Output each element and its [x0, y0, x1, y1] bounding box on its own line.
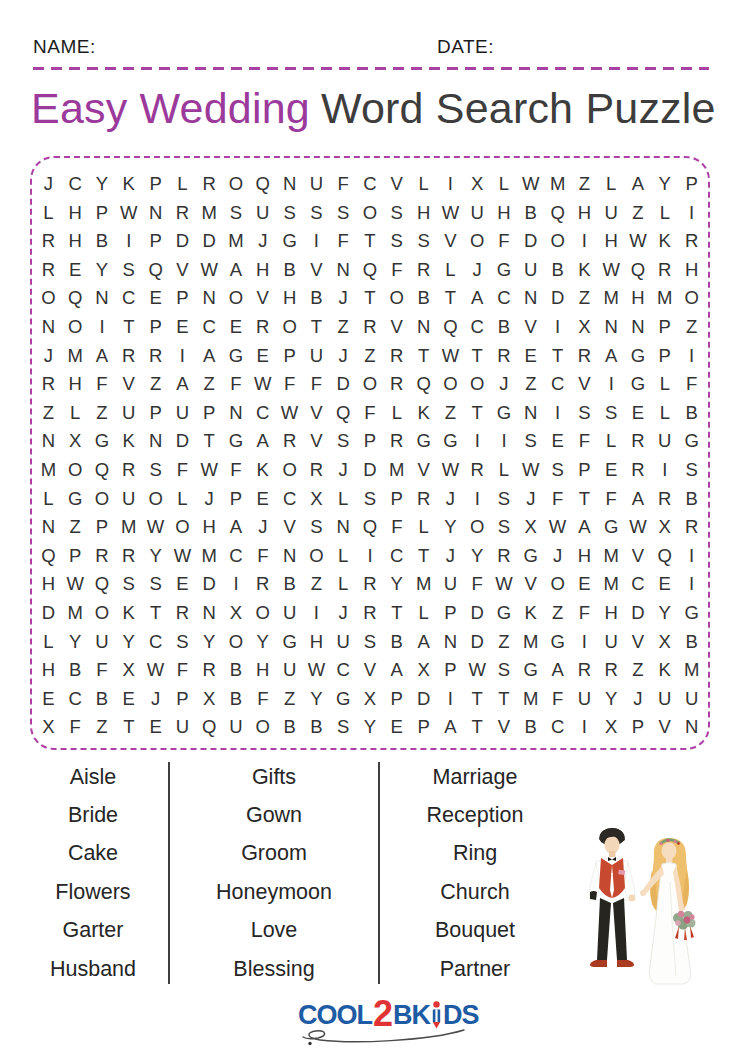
grid-cell[interactable]: I — [678, 342, 705, 371]
grid-cell[interactable]: R — [678, 513, 705, 542]
grid-cell[interactable]: W — [491, 570, 518, 599]
grid-cell[interactable]: D — [625, 599, 652, 628]
grid-cell[interactable]: H — [491, 199, 518, 228]
grid-cell[interactable]: V — [303, 427, 330, 456]
grid-cell[interactable]: T — [410, 342, 437, 371]
grid-cell[interactable]: P — [651, 313, 678, 342]
grid-cell[interactable]: F — [89, 370, 116, 399]
grid-cell[interactable]: F — [249, 542, 276, 571]
grid-cell[interactable]: W — [625, 513, 652, 542]
grid-cell[interactable]: O — [89, 485, 116, 514]
grid-cell[interactable]: S — [330, 427, 357, 456]
grid-cell[interactable]: L — [410, 599, 437, 628]
grid-cell[interactable]: S — [383, 199, 410, 228]
grid-cell[interactable]: Y — [437, 513, 464, 542]
grid-cell[interactable]: R — [89, 542, 116, 571]
grid-cell[interactable]: L — [35, 628, 62, 657]
grid-cell[interactable]: B — [303, 284, 330, 313]
grid-cell[interactable]: R — [491, 342, 518, 371]
grid-cell[interactable]: V — [383, 313, 410, 342]
grid-cell[interactable]: V — [625, 542, 652, 571]
grid-cell[interactable]: Z — [89, 713, 116, 742]
grid-cell[interactable]: B — [678, 628, 705, 657]
grid-cell[interactable]: L — [62, 399, 89, 428]
grid-cell[interactable]: C — [196, 313, 223, 342]
grid-cell[interactable]: U — [651, 685, 678, 714]
grid-cell[interactable]: J — [464, 256, 491, 285]
grid-cell[interactable]: J — [544, 542, 571, 571]
grid-cell[interactable]: J — [437, 485, 464, 514]
grid-cell[interactable]: J — [517, 485, 544, 514]
grid-cell[interactable]: O — [357, 370, 384, 399]
grid-cell[interactable]: N — [223, 399, 250, 428]
grid-cell[interactable]: Z — [437, 399, 464, 428]
grid-cell[interactable]: M — [196, 542, 223, 571]
grid-cell[interactable]: A — [625, 170, 652, 199]
grid-cell[interactable]: Q — [35, 542, 62, 571]
grid-cell[interactable]: I — [678, 570, 705, 599]
grid-cell[interactable]: S — [142, 570, 169, 599]
grid-cell[interactable]: N — [410, 313, 437, 342]
grid-cell[interactable]: G — [491, 599, 518, 628]
grid-cell[interactable]: N — [196, 284, 223, 313]
grid-cell[interactable]: Y — [303, 685, 330, 714]
grid-cell[interactable]: D — [410, 685, 437, 714]
grid-cell[interactable]: L — [491, 456, 518, 485]
grid-cell[interactable]: Z — [35, 399, 62, 428]
grid-cell[interactable]: B — [491, 313, 518, 342]
grid-cell[interactable]: I — [544, 399, 571, 428]
grid-cell[interactable]: L — [437, 256, 464, 285]
grid-cell[interactable]: N — [35, 513, 62, 542]
grid-cell[interactable]: U — [330, 628, 357, 657]
grid-cell[interactable]: X — [598, 713, 625, 742]
grid-cell[interactable]: D — [35, 599, 62, 628]
grid-cell[interactable]: S — [678, 456, 705, 485]
grid-cell[interactable]: W — [249, 370, 276, 399]
grid-cell[interactable]: A — [410, 628, 437, 657]
grid-cell[interactable]: P — [357, 427, 384, 456]
grid-cell[interactable]: R — [598, 656, 625, 685]
grid-cell[interactable]: B — [517, 199, 544, 228]
grid-cell[interactable]: X — [196, 685, 223, 714]
grid-cell[interactable]: G — [330, 685, 357, 714]
grid-cell[interactable]: U — [115, 399, 142, 428]
grid-cell[interactable]: O — [437, 370, 464, 399]
grid-cell[interactable]: P — [142, 399, 169, 428]
grid-cell[interactable]: S — [115, 570, 142, 599]
grid-cell[interactable]: Q — [651, 542, 678, 571]
grid-cell[interactable]: G — [62, 485, 89, 514]
grid-cell[interactable]: X — [62, 427, 89, 456]
grid-cell[interactable]: D — [330, 370, 357, 399]
grid-cell[interactable]: R — [115, 456, 142, 485]
grid-cell[interactable]: R — [625, 427, 652, 456]
grid-cell[interactable]: Z — [276, 685, 303, 714]
grid-cell[interactable]: R — [678, 227, 705, 256]
grid-cell[interactable]: R — [410, 256, 437, 285]
grid-cell[interactable]: B — [517, 713, 544, 742]
grid-cell[interactable]: O — [464, 227, 491, 256]
grid-cell[interactable]: B — [678, 399, 705, 428]
grid-cell[interactable]: C — [330, 656, 357, 685]
grid-cell[interactable]: M — [598, 284, 625, 313]
grid-cell[interactable]: E — [223, 313, 250, 342]
grid-cell[interactable]: M — [517, 628, 544, 657]
grid-cell[interactable]: A — [89, 342, 116, 371]
grid-cell[interactable]: W — [276, 399, 303, 428]
grid-cell[interactable]: F — [571, 427, 598, 456]
grid-cell[interactable]: P — [276, 342, 303, 371]
grid-cell[interactable]: E — [625, 399, 652, 428]
grid-cell[interactable]: D — [544, 284, 571, 313]
grid-cell[interactable]: G — [491, 256, 518, 285]
grid-cell[interactable]: R — [383, 427, 410, 456]
grid-cell[interactable]: F — [223, 370, 250, 399]
grid-cell[interactable]: P — [169, 685, 196, 714]
grid-cell[interactable]: O — [276, 456, 303, 485]
grid-cell[interactable]: K — [571, 256, 598, 285]
grid-cell[interactable]: A — [571, 513, 598, 542]
grid-cell[interactable]: T — [410, 542, 437, 571]
grid-cell[interactable]: B — [89, 227, 116, 256]
grid-cell[interactable]: T — [464, 399, 491, 428]
grid-cell[interactable]: W — [464, 656, 491, 685]
grid-cell[interactable]: R — [571, 342, 598, 371]
grid-cell[interactable]: G — [491, 399, 518, 428]
grid-cell[interactable]: Y — [383, 570, 410, 599]
grid-cell[interactable]: D — [464, 599, 491, 628]
grid-cell[interactable]: H — [571, 542, 598, 571]
grid-cell[interactable]: L — [330, 542, 357, 571]
grid-cell[interactable]: N — [142, 427, 169, 456]
grid-cell[interactable]: A — [196, 342, 223, 371]
grid-cell[interactable]: Z — [491, 628, 518, 657]
grid-cell[interactable]: W — [625, 227, 652, 256]
grid-cell[interactable]: B — [678, 485, 705, 514]
grid-cell[interactable]: C — [115, 284, 142, 313]
grid-cell[interactable]: T — [357, 227, 384, 256]
grid-cell[interactable]: V — [491, 713, 518, 742]
grid-cell[interactable]: N — [276, 170, 303, 199]
grid-cell[interactable]: I — [437, 685, 464, 714]
grid-cell[interactable]: L — [651, 399, 678, 428]
grid-cell[interactable]: I — [89, 313, 116, 342]
grid-cell[interactable]: X — [651, 628, 678, 657]
grid-cell[interactable]: V — [115, 370, 142, 399]
grid-cell[interactable]: V — [357, 656, 384, 685]
grid-cell[interactable]: O — [142, 485, 169, 514]
grid-cell[interactable]: R — [249, 313, 276, 342]
grid-cell[interactable]: A — [249, 427, 276, 456]
grid-cell[interactable]: R — [491, 542, 518, 571]
grid-cell[interactable]: S — [303, 199, 330, 228]
grid-cell[interactable]: I — [357, 542, 384, 571]
grid-cell[interactable]: U — [464, 199, 491, 228]
grid-cell[interactable]: G — [544, 628, 571, 657]
grid-cell[interactable]: C — [357, 170, 384, 199]
grid-cell[interactable]: B — [223, 685, 250, 714]
grid-cell[interactable]: G — [517, 656, 544, 685]
grid-cell[interactable]: L — [35, 485, 62, 514]
grid-cell[interactable]: Z — [62, 513, 89, 542]
grid-cell[interactable]: L — [598, 427, 625, 456]
grid-cell[interactable]: A — [169, 370, 196, 399]
grid-cell[interactable]: R — [169, 599, 196, 628]
grid-cell[interactable]: O — [464, 370, 491, 399]
grid-cell[interactable]: P — [169, 284, 196, 313]
grid-cell[interactable]: X — [410, 656, 437, 685]
grid-cell[interactable]: E — [35, 685, 62, 714]
grid-cell[interactable]: M — [598, 570, 625, 599]
grid-cell[interactable]: Y — [464, 542, 491, 571]
grid-cell[interactable]: N — [330, 513, 357, 542]
grid-cell[interactable]: F — [169, 656, 196, 685]
grid-cell[interactable]: J — [330, 599, 357, 628]
grid-cell[interactable]: L — [651, 370, 678, 399]
grid-cell[interactable]: I — [115, 227, 142, 256]
grid-cell[interactable]: U — [678, 685, 705, 714]
grid-cell[interactable]: P — [89, 199, 116, 228]
grid-cell[interactable]: I — [571, 713, 598, 742]
grid-cell[interactable]: F — [249, 685, 276, 714]
grid-cell[interactable]: F — [169, 456, 196, 485]
grid-cell[interactable]: U — [115, 485, 142, 514]
grid-cell[interactable]: Z — [330, 313, 357, 342]
grid-cell[interactable]: D — [169, 227, 196, 256]
grid-cell[interactable]: Q — [89, 570, 116, 599]
grid-cell[interactable]: C — [491, 284, 518, 313]
grid-cell[interactable]: N — [625, 313, 652, 342]
grid-cell[interactable]: F — [544, 685, 571, 714]
grid-cell[interactable]: S — [357, 628, 384, 657]
grid-cell[interactable]: G — [678, 427, 705, 456]
grid-cell[interactable]: D — [196, 227, 223, 256]
grid-cell[interactable]: L — [330, 485, 357, 514]
grid-cell[interactable]: I — [303, 599, 330, 628]
grid-cell[interactable]: S — [357, 485, 384, 514]
grid-cell[interactable]: E — [169, 570, 196, 599]
grid-cell[interactable]: R — [196, 656, 223, 685]
grid-cell[interactable]: H — [196, 513, 223, 542]
grid-cell[interactable]: V — [276, 513, 303, 542]
grid-cell[interactable]: G — [276, 628, 303, 657]
grid-cell[interactable]: C — [142, 628, 169, 657]
grid-cell[interactable]: Q — [142, 256, 169, 285]
grid-cell[interactable]: Q — [357, 256, 384, 285]
grid-cell[interactable]: Z — [678, 313, 705, 342]
grid-cell[interactable]: M — [517, 685, 544, 714]
grid-cell[interactable]: W — [62, 570, 89, 599]
grid-cell[interactable]: A — [383, 656, 410, 685]
grid-cell[interactable]: F — [491, 227, 518, 256]
grid-cell[interactable]: S — [115, 256, 142, 285]
grid-cell[interactable]: T — [464, 685, 491, 714]
grid-cell[interactable]: H — [249, 656, 276, 685]
grid-cell[interactable]: U — [276, 656, 303, 685]
grid-cell[interactable]: K — [651, 227, 678, 256]
grid-cell[interactable]: H — [625, 284, 652, 313]
grid-cell[interactable]: J — [330, 456, 357, 485]
grid-cell[interactable]: F — [89, 656, 116, 685]
grid-cell[interactable]: L — [410, 170, 437, 199]
grid-cell[interactable]: C — [249, 399, 276, 428]
grid-cell[interactable]: H — [276, 284, 303, 313]
grid-cell[interactable]: I — [491, 427, 518, 456]
grid-cell[interactable]: N — [196, 599, 223, 628]
grid-cell[interactable]: Y — [142, 542, 169, 571]
grid-cell[interactable]: X — [571, 313, 598, 342]
grid-cell[interactable]: B — [276, 256, 303, 285]
grid-cell[interactable]: O — [303, 542, 330, 571]
grid-cell[interactable]: F — [383, 513, 410, 542]
grid-cell[interactable]: G — [410, 427, 437, 456]
grid-cell[interactable]: F — [330, 170, 357, 199]
grid-cell[interactable]: C — [383, 542, 410, 571]
grid-cell[interactable]: F — [223, 456, 250, 485]
grid-cell[interactable]: Q — [437, 313, 464, 342]
grid-cell[interactable]: P — [651, 342, 678, 371]
grid-cell[interactable]: M — [410, 570, 437, 599]
grid-cell[interactable]: K — [249, 456, 276, 485]
grid-cell[interactable]: R — [35, 227, 62, 256]
grid-cell[interactable]: V — [625, 628, 652, 657]
grid-cell[interactable]: R — [383, 370, 410, 399]
grid-cell[interactable]: I — [437, 170, 464, 199]
grid-cell[interactable]: C — [544, 370, 571, 399]
grid-cell[interactable]: T — [142, 599, 169, 628]
grid-cell[interactable]: S — [598, 399, 625, 428]
grid-cell[interactable]: R — [142, 342, 169, 371]
grid-cell[interactable]: M — [223, 227, 250, 256]
grid-cell[interactable]: K — [115, 427, 142, 456]
grid-cell[interactable]: E — [142, 713, 169, 742]
grid-cell[interactable]: V — [169, 256, 196, 285]
grid-cell[interactable]: J — [330, 284, 357, 313]
grid-cell[interactable]: S — [410, 227, 437, 256]
grid-cell[interactable]: O — [223, 284, 250, 313]
grid-cell[interactable]: W — [598, 256, 625, 285]
grid-cell[interactable]: R — [651, 485, 678, 514]
grid-cell[interactable]: Z — [89, 399, 116, 428]
grid-cell[interactable]: N — [437, 628, 464, 657]
grid-cell[interactable]: O — [357, 199, 384, 228]
grid-cell[interactable]: K — [410, 399, 437, 428]
grid-cell[interactable]: R — [115, 342, 142, 371]
grid-cell[interactable]: M — [115, 513, 142, 542]
grid-cell[interactable]: J — [625, 685, 652, 714]
grid-cell[interactable]: B — [383, 628, 410, 657]
grid-cell[interactable]: T — [303, 313, 330, 342]
grid-cell[interactable]: M — [62, 342, 89, 371]
grid-cell[interactable]: K — [115, 599, 142, 628]
grid-cell[interactable]: S — [330, 199, 357, 228]
grid-cell[interactable]: N — [678, 713, 705, 742]
grid-cell[interactable]: W — [196, 456, 223, 485]
grid-cell[interactable]: T — [196, 427, 223, 456]
grid-cell[interactable]: R — [303, 456, 330, 485]
grid-cell[interactable]: S — [517, 427, 544, 456]
grid-cell[interactable]: I — [571, 227, 598, 256]
grid-cell[interactable]: P — [142, 170, 169, 199]
grid-cell[interactable]: L — [383, 399, 410, 428]
grid-cell[interactable]: T — [464, 713, 491, 742]
grid-cell[interactable]: S — [169, 628, 196, 657]
grid-cell[interactable]: I — [544, 313, 571, 342]
grid-cell[interactable]: S — [383, 227, 410, 256]
grid-cell[interactable]: P — [196, 399, 223, 428]
grid-cell[interactable]: P — [678, 170, 705, 199]
grid-cell[interactable]: S — [544, 456, 571, 485]
grid-cell[interactable]: X — [464, 170, 491, 199]
grid-cell[interactable]: J — [196, 485, 223, 514]
grid-cell[interactable]: E — [383, 713, 410, 742]
grid-cell[interactable]: Z — [196, 370, 223, 399]
grid-cell[interactable]: E — [249, 485, 276, 514]
grid-cell[interactable]: P — [62, 542, 89, 571]
grid-cell[interactable]: I — [678, 542, 705, 571]
grid-cell[interactable]: U — [598, 628, 625, 657]
grid-cell[interactable]: H — [35, 656, 62, 685]
grid-cell[interactable]: P — [571, 456, 598, 485]
grid-cell[interactable]: G — [625, 342, 652, 371]
grid-cell[interactable]: P — [625, 713, 652, 742]
grid-cell[interactable]: F — [571, 599, 598, 628]
grid-cell[interactable]: E — [249, 342, 276, 371]
grid-cell[interactable]: O — [249, 713, 276, 742]
grid-cell[interactable]: O — [249, 599, 276, 628]
grid-cell[interactable]: P — [437, 656, 464, 685]
grid-cell[interactable]: C — [223, 542, 250, 571]
grid-cell[interactable]: V — [651, 713, 678, 742]
grid-cell[interactable]: M — [35, 456, 62, 485]
grid-cell[interactable]: O — [383, 284, 410, 313]
grid-cell[interactable]: O — [544, 227, 571, 256]
grid-cell[interactable]: S — [223, 199, 250, 228]
grid-cell[interactable]: W — [169, 542, 196, 571]
grid-cell[interactable]: C — [276, 485, 303, 514]
grid-cell[interactable]: Q — [544, 199, 571, 228]
grid-cell[interactable]: H — [598, 227, 625, 256]
grid-cell[interactable]: G — [276, 227, 303, 256]
grid-cell[interactable]: Y — [89, 256, 116, 285]
grid-cell[interactable]: V — [517, 570, 544, 599]
grid-cell[interactable]: E — [142, 284, 169, 313]
grid-cell[interactable]: Y — [115, 628, 142, 657]
grid-cell[interactable]: W — [437, 456, 464, 485]
grid-cell[interactable]: W — [115, 199, 142, 228]
grid-cell[interactable]: Z — [142, 370, 169, 399]
grid-cell[interactable]: S — [491, 513, 518, 542]
grid-cell[interactable]: Z — [517, 370, 544, 399]
grid-cell[interactable]: J — [491, 370, 518, 399]
grid-cell[interactable]: V — [410, 456, 437, 485]
grid-cell[interactable]: B — [303, 713, 330, 742]
grid-cell[interactable]: G — [678, 599, 705, 628]
grid-cell[interactable]: U — [571, 685, 598, 714]
grid-cell[interactable]: P — [383, 485, 410, 514]
grid-cell[interactable]: F — [276, 370, 303, 399]
grid-cell[interactable]: F — [598, 485, 625, 514]
grid-cell[interactable]: U — [276, 599, 303, 628]
grid-cell[interactable]: E — [517, 342, 544, 371]
grid-cell[interactable]: J — [249, 513, 276, 542]
grid-cell[interactable]: R — [35, 256, 62, 285]
grid-cell[interactable]: M — [62, 599, 89, 628]
grid-cell[interactable]: E — [651, 570, 678, 599]
grid-cell[interactable]: Y — [62, 628, 89, 657]
grid-cell[interactable]: O — [223, 628, 250, 657]
